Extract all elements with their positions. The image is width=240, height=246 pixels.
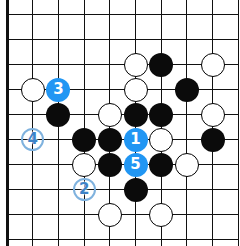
move-4-white-annotation: 4 — [21, 128, 44, 151]
white-stone — [201, 53, 225, 77]
black-stone — [201, 128, 225, 152]
white-stone — [149, 128, 173, 152]
grid-line-horizontal — [6, 39, 240, 40]
black-stone — [72, 128, 96, 152]
white-stone — [149, 203, 173, 227]
black-stone — [98, 153, 122, 177]
white-stone — [21, 78, 45, 102]
white-stone — [72, 153, 96, 177]
move-1-black-stone: 1 — [124, 128, 148, 152]
black-stone — [149, 53, 173, 77]
black-stone — [124, 103, 148, 127]
move-3-black-stone: 3 — [46, 78, 70, 102]
grid-line-vertical — [238, 0, 239, 246]
move-2-white-annotation: 2 — [73, 178, 96, 201]
black-stone — [46, 103, 70, 127]
white-stone — [98, 103, 122, 127]
black-stone — [149, 103, 173, 127]
white-stone — [175, 153, 199, 177]
grid-line-horizontal — [6, 164, 240, 165]
grid-line-vertical — [84, 0, 85, 246]
white-stone — [201, 103, 225, 127]
grid-line-vertical — [32, 0, 33, 246]
move-5-black-stone: 5 — [124, 153, 148, 177]
grid-line-vertical — [186, 0, 187, 246]
black-stone — [124, 178, 148, 202]
white-stone — [124, 78, 148, 102]
black-stone — [98, 128, 122, 152]
white-stone — [98, 203, 122, 227]
game-board[interactable]: 34152 — [0, 0, 239, 246]
black-stone — [175, 78, 199, 102]
black-stone — [149, 153, 173, 177]
white-stone — [124, 53, 148, 77]
grid-line-horizontal — [6, 189, 240, 190]
board-left-edge-line — [6, 0, 9, 246]
grid-line-horizontal — [6, 14, 240, 15]
grid-line-horizontal — [6, 239, 240, 240]
grid-line-horizontal — [6, 214, 240, 215]
